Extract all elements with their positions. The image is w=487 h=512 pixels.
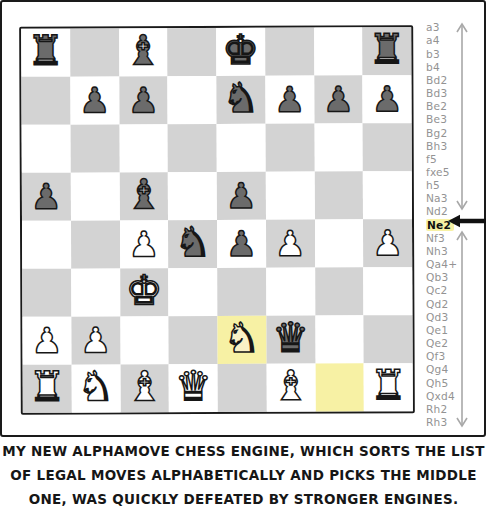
square-h4: ♟ [363,219,412,267]
upper-half-arrow [457,24,467,209]
move-item: Qg4 [426,364,448,375]
black-rook-h8: ♜ [368,29,405,70]
square-g8 [314,27,363,75]
white-king-c3: ♚ [126,270,163,311]
square-e7: ♞ [216,76,265,124]
move-item: Qe1 [426,325,448,336]
move-item: Qd3 [426,312,448,323]
square-c5: ♝ [119,172,168,220]
white-knight-b1: ♞ [77,366,114,407]
black-bishop-c5: ♝ [125,174,162,215]
square-f6 [265,124,314,172]
lower-half-arrow [457,232,467,426]
move-item: Qxd4 [426,391,455,402]
move-item: Qh5 [426,378,448,389]
move-item: Be3 [426,114,447,125]
square-b4 [71,220,120,268]
square-c1: ♝ [120,364,169,412]
square-c7: ♟ [119,76,168,124]
caption-line-1: MY NEW ALPHAMOVE CHESS ENGINE, WHICH SOR… [2,439,485,463]
square-h8: ♜ [362,27,411,75]
white-pawn-c4: ♟ [128,227,160,262]
move-item: b4 [426,62,440,73]
square-h2 [364,315,413,363]
square-e6 [217,124,266,172]
move-item: a4 [426,35,440,46]
black-pawn-g7: ♟ [323,82,355,117]
square-f5 [266,172,315,220]
white-queen-d1: ♛ [175,366,212,407]
square-g6 [314,123,363,171]
move-item: a3 [426,22,440,33]
move-item: Bd3 [426,88,447,99]
square-b3 [71,268,120,316]
square-b7: ♟ [70,76,119,124]
square-g7: ♟ [314,75,363,123]
white-pawn-b2: ♟ [80,323,112,358]
square-f3 [266,268,315,316]
square-d6 [168,124,217,172]
move-item: Nd2 [426,206,448,217]
square-h1: ♜ [364,363,413,411]
square-e3 [217,268,266,316]
move-item: Na3 [426,193,448,204]
square-b8 [70,28,119,76]
square-h5 [363,171,412,219]
move-item: Qe2 [426,338,448,349]
square-e1 [218,364,267,412]
black-rook-a8: ♜ [27,31,64,72]
black-pawn-f7: ♟ [274,82,306,117]
move-item: b3 [426,49,440,60]
move-item: Bg2 [426,128,447,139]
square-d7 [168,76,217,124]
black-knight-d4: ♞ [174,222,211,263]
square-c6 [119,124,168,172]
caption-line-2: OF LEGAL MOVES ALPHABETICALLY AND PICKS … [10,463,477,487]
white-bishop-f1: ♝ [272,366,309,407]
white-knight-e2: ♞ [223,318,260,359]
square-a1: ♜ [23,365,72,413]
square-a8: ♜ [21,29,70,77]
caption: MY NEW ALPHAMOVE CHESS ENGINE, WHICH SOR… [0,437,487,512]
square-d2 [169,316,218,364]
black-pawn-b7: ♟ [79,83,111,118]
move-item: Bh3 [426,141,447,152]
move-item: Bd2 [426,75,447,86]
square-f1: ♝ [266,364,315,412]
middle-move-arrow-icon [448,214,486,228]
white-rook-a1: ♜ [29,367,66,408]
black-bishop-c8: ♝ [125,30,162,71]
square-f2: ♛ [266,316,315,364]
move-item: Rh3 [426,417,447,428]
comic: ♜♝♚♜♟♟♞♟♟♟♟♝♟♟♞♟♟♟♚♟♟♞♛♜♞♝♛♝♜ a3a4b3b4Bd… [0,0,487,512]
square-e5: ♟ [217,172,266,220]
move-item: Qd2 [426,299,448,310]
comic-panel: ♜♝♚♜♟♟♞♟♟♟♟♝♟♟♞♟♟♟♚♟♟♞♛♜♞♝♛♝♜ a3a4b3b4Bd… [0,0,486,437]
square-h6 [363,123,412,171]
square-c4: ♟ [120,220,169,268]
black-pawn-e4: ♟ [226,226,258,261]
square-g5 [314,171,363,219]
square-e4: ♟ [217,220,266,268]
square-a7 [21,77,70,125]
move-item: Be2 [426,101,447,112]
square-d1: ♛ [169,364,218,412]
square-b2: ♟ [71,316,120,364]
square-h3 [363,267,412,315]
move-item: Nf3 [426,233,445,244]
square-c3: ♚ [120,268,169,316]
square-a4 [22,221,71,269]
black-pawn-e5: ♟ [225,178,257,213]
black-pawn-c7: ♟ [128,83,160,118]
square-f8 [265,28,314,76]
black-pawn-a5: ♟ [30,179,62,214]
square-a5: ♟ [22,173,71,221]
black-knight-e7: ♞ [222,78,259,119]
square-b5 [71,172,120,220]
square-d3 [168,268,217,316]
white-pawn-a2: ♟ [31,323,63,358]
square-d8 [167,28,216,76]
square-e2: ♞ [217,316,266,364]
square-a2: ♟ [22,317,71,365]
move-item: Rh2 [426,404,447,415]
move-item: fxe5 [426,167,450,178]
move-item: Nh3 [426,246,448,257]
square-f7: ♟ [265,76,314,124]
white-pawn-f4: ♟ [274,226,306,261]
black-queen-f2: ♛ [272,318,309,359]
white-rook-h1: ♜ [370,365,407,406]
square-c8: ♝ [119,28,168,76]
square-a3 [22,269,71,317]
square-f4: ♟ [266,220,315,268]
chess-board: ♜♝♚♜♟♟♞♟♟♟♟♝♟♟♞♟♟♟♚♟♟♞♛♜♞♝♛♝♜ [19,25,415,415]
caption-line-3: ONE, WAS QUICKLY DEFEATED BY STRONGER EN… [29,487,459,511]
white-bishop-c1: ♝ [126,366,163,407]
square-g4 [314,219,363,267]
square-d4: ♞ [168,220,217,268]
black-pawn-h7: ♟ [371,82,403,117]
move-item: f5 [426,154,437,165]
square-g2 [315,315,364,363]
square-e8: ♚ [216,28,265,76]
square-b6 [70,124,119,172]
square-b1: ♞ [71,364,120,412]
white-pawn-h4: ♟ [372,226,404,261]
square-a6 [22,125,71,173]
move-item: Qb3 [426,272,448,283]
square-g3 [315,267,364,315]
square-h7: ♟ [363,75,412,123]
square-d5 [168,172,217,220]
move-item: Qc2 [426,285,448,296]
move-item: Qf3 [426,351,445,362]
square-g1 [315,363,364,411]
black-king-e8: ♚ [222,30,259,71]
move-item: h5 [426,180,440,191]
square-c2 [120,316,169,364]
